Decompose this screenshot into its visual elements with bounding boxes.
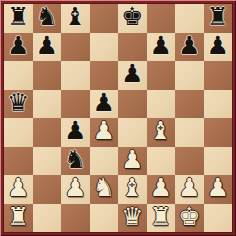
- square-d3[interactable]: [90, 147, 119, 176]
- square-e2[interactable]: ♝: [118, 175, 147, 204]
- square-e6[interactable]: ♟: [118, 61, 147, 90]
- square-f4[interactable]: ♝: [147, 118, 176, 147]
- square-f5[interactable]: [147, 90, 176, 119]
- square-b8[interactable]: ♞: [33, 4, 62, 33]
- square-d6[interactable]: [90, 61, 119, 90]
- chess-board: ♜♞♝♚♜♟♟♟♟♟♟♛♟♟♟♝♞♟♟♟♞♝♟♟♟♜♛♜♚: [4, 4, 232, 232]
- square-h2[interactable]: ♟: [204, 175, 233, 204]
- square-h3[interactable]: [204, 147, 233, 176]
- square-h7[interactable]: ♟: [204, 33, 233, 62]
- black-knight[interactable]: ♞: [64, 147, 86, 174]
- white-pawn[interactable]: ♟: [64, 175, 86, 202]
- white-bishop[interactable]: ♝: [121, 175, 143, 202]
- square-g3[interactable]: [175, 147, 204, 176]
- square-d2[interactable]: ♞: [90, 175, 119, 204]
- square-b5[interactable]: [33, 90, 62, 119]
- square-a6[interactable]: [4, 61, 33, 90]
- white-pawn[interactable]: ♟: [150, 175, 172, 202]
- white-king[interactable]: ♚: [178, 204, 200, 231]
- white-pawn[interactable]: ♟: [93, 118, 115, 145]
- square-e5[interactable]: [118, 90, 147, 119]
- square-f8[interactable]: [147, 4, 176, 33]
- black-pawn[interactable]: ♟: [7, 33, 29, 60]
- square-d1[interactable]: [90, 204, 119, 233]
- square-a4[interactable]: [4, 118, 33, 147]
- square-a2[interactable]: ♟: [4, 175, 33, 204]
- square-g4[interactable]: [175, 118, 204, 147]
- white-bishop[interactable]: ♝: [150, 118, 172, 145]
- white-pawn[interactable]: ♟: [7, 175, 29, 202]
- black-pawn[interactable]: ♟: [93, 90, 115, 117]
- square-g8[interactable]: [175, 4, 204, 33]
- square-f1[interactable]: ♜: [147, 204, 176, 233]
- white-rook[interactable]: ♜: [150, 204, 172, 231]
- chess-board-frame: ♜♞♝♚♜♟♟♟♟♟♟♛♟♟♟♝♞♟♟♟♞♝♟♟♟♜♛♜♚: [0, 0, 236, 236]
- square-b4[interactable]: [33, 118, 62, 147]
- square-b1[interactable]: [33, 204, 62, 233]
- square-h4[interactable]: [204, 118, 233, 147]
- square-g5[interactable]: [175, 90, 204, 119]
- black-pawn[interactable]: ♟: [36, 33, 58, 60]
- square-f3[interactable]: [147, 147, 176, 176]
- square-d4[interactable]: ♟: [90, 118, 119, 147]
- black-pawn[interactable]: ♟: [207, 33, 229, 60]
- black-rook[interactable]: ♜: [207, 4, 229, 31]
- square-c1[interactable]: [61, 204, 90, 233]
- square-e8[interactable]: ♚: [118, 4, 147, 33]
- square-f2[interactable]: ♟: [147, 175, 176, 204]
- square-c3[interactable]: ♞: [61, 147, 90, 176]
- square-a7[interactable]: ♟: [4, 33, 33, 62]
- square-g6[interactable]: [175, 61, 204, 90]
- square-e1[interactable]: ♛: [118, 204, 147, 233]
- square-c8[interactable]: ♝: [61, 4, 90, 33]
- square-c2[interactable]: ♟: [61, 175, 90, 204]
- square-g2[interactable]: ♟: [175, 175, 204, 204]
- square-h8[interactable]: ♜: [204, 4, 233, 33]
- white-rook[interactable]: ♜: [7, 204, 29, 231]
- square-a8[interactable]: ♜: [4, 4, 33, 33]
- square-b6[interactable]: [33, 61, 62, 90]
- white-knight[interactable]: ♞: [93, 175, 115, 202]
- square-a3[interactable]: [4, 147, 33, 176]
- square-g1[interactable]: ♚: [175, 204, 204, 233]
- square-c6[interactable]: [61, 61, 90, 90]
- square-h5[interactable]: [204, 90, 233, 119]
- square-c5[interactable]: [61, 90, 90, 119]
- black-pawn[interactable]: ♟: [150, 33, 172, 60]
- square-f7[interactable]: ♟: [147, 33, 176, 62]
- square-d8[interactable]: [90, 4, 119, 33]
- square-c7[interactable]: [61, 33, 90, 62]
- square-e3[interactable]: ♟: [118, 147, 147, 176]
- square-h1[interactable]: [204, 204, 233, 233]
- white-pawn[interactable]: ♟: [207, 175, 229, 202]
- white-pawn[interactable]: ♟: [178, 175, 200, 202]
- square-a1[interactable]: ♜: [4, 204, 33, 233]
- square-f6[interactable]: [147, 61, 176, 90]
- black-bishop[interactable]: ♝: [64, 4, 86, 31]
- square-g7[interactable]: ♟: [175, 33, 204, 62]
- black-king[interactable]: ♚: [121, 4, 143, 31]
- square-b7[interactable]: ♟: [33, 33, 62, 62]
- square-d5[interactable]: ♟: [90, 90, 119, 119]
- square-e4[interactable]: [118, 118, 147, 147]
- square-c4[interactable]: ♟: [61, 118, 90, 147]
- black-queen[interactable]: ♛: [7, 90, 29, 117]
- black-pawn[interactable]: ♟: [121, 61, 143, 88]
- black-pawn[interactable]: ♟: [64, 118, 86, 145]
- black-knight[interactable]: ♞: [36, 4, 58, 31]
- black-rook[interactable]: ♜: [7, 4, 29, 31]
- square-h6[interactable]: [204, 61, 233, 90]
- square-b2[interactable]: [33, 175, 62, 204]
- square-a5[interactable]: ♛: [4, 90, 33, 119]
- white-pawn[interactable]: ♟: [121, 147, 143, 174]
- white-queen[interactable]: ♛: [121, 204, 143, 231]
- square-b3[interactable]: [33, 147, 62, 176]
- black-pawn[interactable]: ♟: [178, 33, 200, 60]
- square-e7[interactable]: [118, 33, 147, 62]
- square-d7[interactable]: [90, 33, 119, 62]
